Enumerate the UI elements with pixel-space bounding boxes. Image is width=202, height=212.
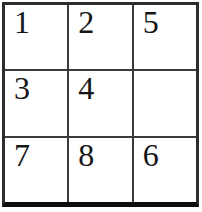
tile-label: 6 [143, 139, 159, 171]
tile-label: 3 [14, 72, 30, 104]
tile-label: 1 [14, 6, 30, 38]
blank-cell [134, 71, 196, 135]
puzzle-figure: 1 2 5 3 4 7 8 6 [0, 0, 202, 212]
tile-label: 8 [78, 139, 94, 171]
tile-label: 4 [78, 72, 94, 104]
tile-r3c2[interactable]: 8 [69, 138, 131, 202]
tile-r1c3[interactable]: 5 [134, 5, 196, 69]
tile-label: 7 [14, 139, 30, 171]
tile-r2c2[interactable]: 4 [69, 71, 131, 135]
tile-label: 5 [143, 6, 159, 38]
tile-r3c3[interactable]: 6 [134, 138, 196, 202]
tile-r3c1[interactable]: 7 [5, 138, 67, 202]
tile-r1c1[interactable]: 1 [5, 5, 67, 69]
tile-r2c1[interactable]: 3 [5, 71, 67, 135]
puzzle-board: 1 2 5 3 4 7 8 6 [2, 2, 199, 207]
tile-r1c2[interactable]: 2 [69, 5, 131, 69]
tile-label: 2 [78, 6, 94, 38]
